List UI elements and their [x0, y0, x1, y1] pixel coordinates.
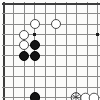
grid-line-vertical [97, 2, 98, 100]
black-stone [30, 40, 40, 50]
go-board [0, 0, 100, 100]
grid-line-vertical [76, 2, 77, 100]
board-left-edge [3, 2, 5, 100]
grid-line-horizontal [2, 87, 100, 88]
grid-line-horizontal [2, 45, 100, 46]
black-stone [30, 92, 40, 100]
grid-line-vertical [13, 2, 14, 100]
black-stone [19, 51, 29, 61]
grid-line-vertical [66, 2, 67, 100]
white-stone [19, 40, 29, 50]
star-point [96, 33, 99, 36]
board-top-edge [2, 3, 100, 5]
grid-line-horizontal [2, 66, 100, 67]
go-diagram-scan [0, 0, 100, 100]
grid-line-horizontal [2, 13, 100, 14]
white-stone [30, 19, 40, 29]
black-stone [30, 51, 40, 61]
grid-line-horizontal [2, 34, 100, 35]
white-stone [19, 30, 29, 40]
grid-line-vertical [45, 2, 46, 100]
cutoff-bottom-right-stones [68, 90, 100, 100]
star-point [33, 33, 36, 36]
grid-line-vertical [55, 2, 56, 100]
grid-line-vertical [87, 2, 88, 100]
grid-line-horizontal [2, 55, 100, 56]
cutoff-white-stone [89, 93, 99, 100]
grid-line-horizontal [2, 76, 100, 77]
white-stone [51, 19, 61, 29]
